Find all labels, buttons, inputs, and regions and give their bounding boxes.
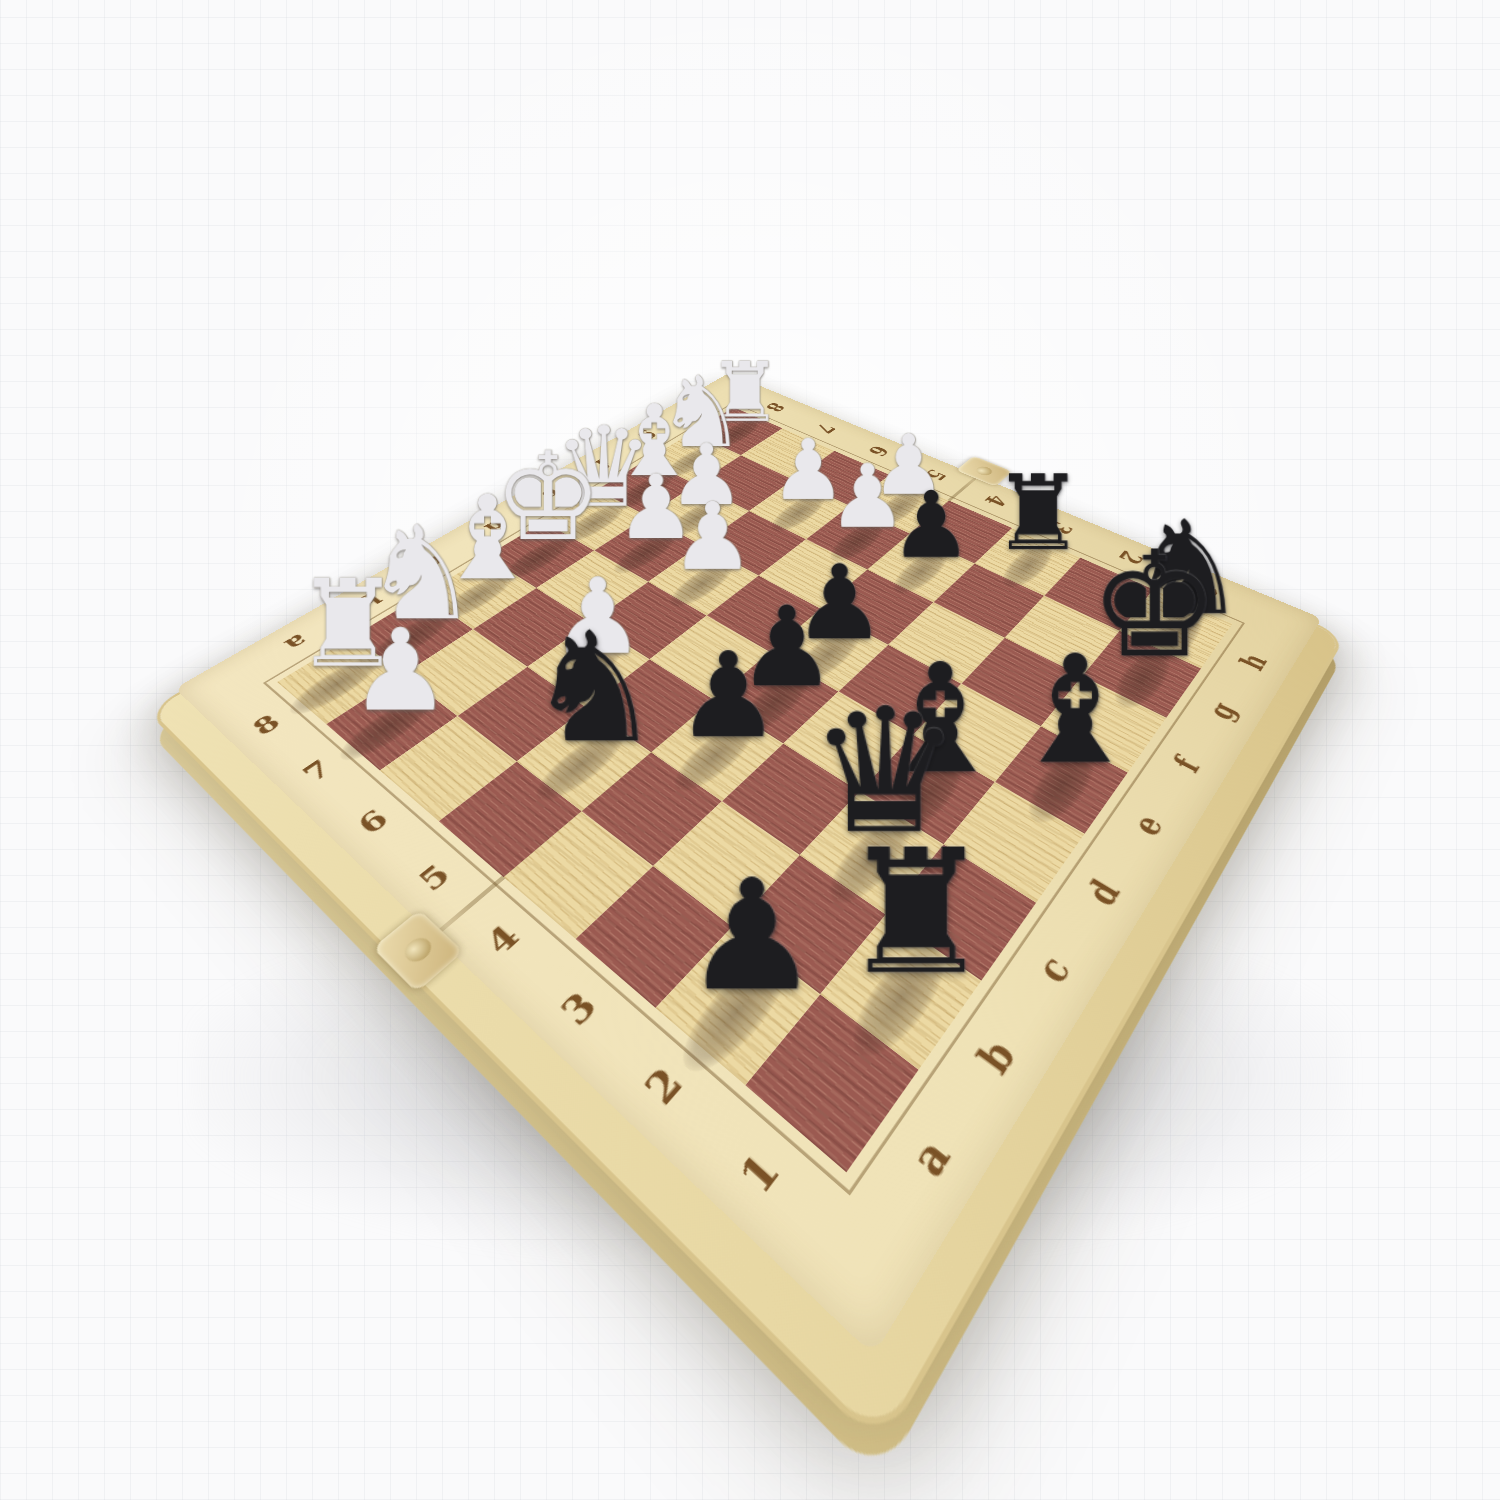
- black-rook-icon: ♜: [992, 461, 1085, 565]
- rank-label-left-2: 2: [636, 1059, 691, 1114]
- rank-label-left-4: 4: [479, 918, 527, 962]
- chess-board: 87654321abcdefghabcdefgh87654321♜♞♝♛♟♟♟♚…: [175, 373, 1322, 1356]
- black-pawn-icon: ♟: [675, 637, 781, 755]
- black-pawn-icon: ♟: [683, 859, 820, 1012]
- file-label-bottom-e: e: [1124, 808, 1170, 842]
- rank-label-left-6: 6: [351, 804, 394, 840]
- rank-label-left-5: 5: [412, 858, 458, 897]
- black-pawn-icon: ♟: [890, 479, 972, 571]
- rank-label-left-7: 7: [297, 755, 338, 787]
- file-label-bottom-b: b: [968, 1030, 1024, 1082]
- rank-label-left-1: 1: [730, 1143, 789, 1205]
- black-bishop-icon: ♝: [1008, 636, 1142, 785]
- rank-label-left-8: 8: [247, 710, 286, 740]
- file-label-bottom-h: h: [1233, 649, 1274, 675]
- hinge-pin-icon: [400, 934, 436, 967]
- board-face: 87654321abcdefghabcdefgh87654321♜♞♝♛♟♟♟♚…: [175, 373, 1322, 1356]
- white-pawn-icon: ♟: [671, 490, 755, 583]
- black-rook-icon: ♜: [839, 826, 993, 998]
- page: { "game": "chess", "description": "3D pr…: [0, 0, 1500, 1500]
- file-label-bottom-c: c: [1027, 948, 1078, 991]
- hinge-left: [373, 910, 464, 993]
- black-knight-icon: ♞: [526, 612, 662, 764]
- white-pawn-icon: ♟: [350, 613, 452, 726]
- file-label-bottom-f: f: [1166, 751, 1207, 778]
- rank-label-left-3: 3: [553, 985, 605, 1034]
- file-label-bottom-a: a: [901, 1128, 960, 1187]
- file-label-bottom-g: g: [1200, 696, 1243, 725]
- file-label-bottom-d: d: [1078, 872, 1128, 912]
- perspective-scene: 87654321abcdefghabcdefgh87654321♜♞♝♛♟♟♟♚…: [0, 0, 1500, 1500]
